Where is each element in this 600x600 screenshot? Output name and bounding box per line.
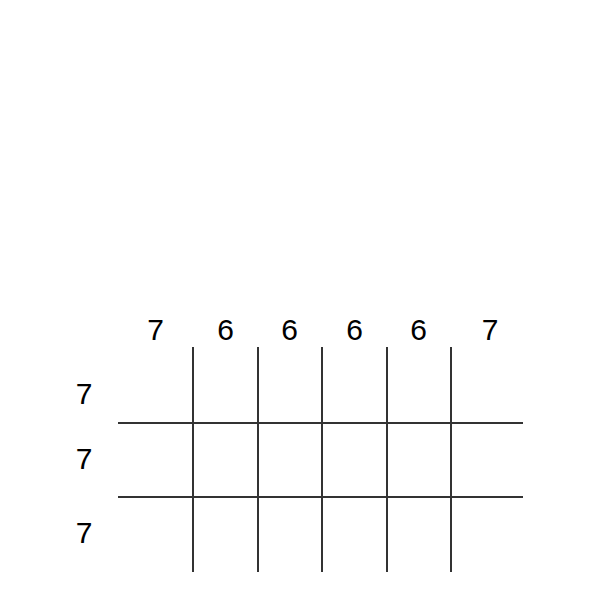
cell-r1c1[interactable] — [118, 347, 193, 423]
cell-r2c6[interactable] — [451, 423, 523, 497]
column-clue-2: 6 — [217, 315, 234, 345]
cell-r1c3[interactable] — [258, 347, 323, 423]
horizontal-grid-line-2 — [118, 496, 523, 498]
column-clue-3: 6 — [281, 315, 298, 345]
cell-r3c5[interactable] — [387, 497, 452, 572]
cell-r1c5[interactable] — [387, 347, 452, 423]
cell-r1c2[interactable] — [193, 347, 258, 423]
row-clue-1: 7 — [76, 379, 93, 409]
cell-r2c2[interactable] — [193, 423, 258, 497]
cell-r3c3[interactable] — [258, 497, 323, 572]
cell-r3c4[interactable] — [322, 497, 387, 572]
cell-r2c3[interactable] — [258, 423, 323, 497]
cell-r2c5[interactable] — [387, 423, 452, 497]
column-clue-1: 7 — [147, 315, 164, 345]
puzzle-grid — [118, 347, 523, 572]
vertical-grid-line-4 — [386, 347, 388, 572]
column-clue-5: 6 — [410, 315, 427, 345]
cell-r1c6[interactable] — [451, 347, 523, 423]
cell-r3c1[interactable] — [118, 497, 193, 572]
cell-r3c2[interactable] — [193, 497, 258, 572]
column-clue-4: 6 — [346, 315, 363, 345]
vertical-grid-line-3 — [321, 347, 323, 572]
cell-r2c4[interactable] — [322, 423, 387, 497]
horizontal-grid-line-1 — [118, 422, 523, 424]
cell-r3c6[interactable] — [451, 497, 523, 572]
vertical-grid-line-5 — [450, 347, 452, 572]
row-clue-2: 7 — [76, 444, 93, 474]
column-clue-6: 7 — [482, 315, 499, 345]
cell-r1c4[interactable] — [322, 347, 387, 423]
row-clue-3: 7 — [76, 518, 93, 548]
cell-r2c1[interactable] — [118, 423, 193, 497]
vertical-grid-line-2 — [257, 347, 259, 572]
puzzle-diagram: 7 6 6 6 6 7 7 7 7 — [0, 0, 600, 600]
vertical-grid-line-1 — [192, 347, 194, 572]
